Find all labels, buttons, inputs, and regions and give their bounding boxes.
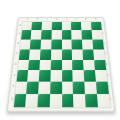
square-a7 <box>20 30 31 39</box>
file-label-h-top: h <box>90 17 100 21</box>
square-a4 <box>17 59 29 70</box>
square-g4 <box>83 59 95 70</box>
square-g6 <box>82 39 93 49</box>
square-h5 <box>93 49 105 59</box>
square-b5 <box>29 49 40 59</box>
square-b8 <box>31 21 41 30</box>
square-d8 <box>51 21 61 30</box>
square-b1 <box>25 94 38 107</box>
file-labels-top: abcdefgh <box>22 17 100 21</box>
square-c4 <box>39 59 50 70</box>
square-e8 <box>61 21 71 30</box>
square-g2 <box>84 81 96 93</box>
square-h6 <box>92 39 103 49</box>
square-f1 <box>73 94 85 107</box>
square-d7 <box>51 30 61 39</box>
square-a1 <box>13 94 26 107</box>
square-a3 <box>16 70 28 81</box>
square-g1 <box>85 94 98 107</box>
square-c2 <box>38 81 50 93</box>
square-d6 <box>51 39 62 49</box>
square-d3 <box>50 70 61 81</box>
square-f8 <box>71 21 81 30</box>
square-b4 <box>28 59 40 70</box>
square-f4 <box>72 59 83 70</box>
square-e5 <box>61 49 72 59</box>
board-grid <box>13 21 110 106</box>
square-g7 <box>81 30 92 39</box>
square-f3 <box>72 70 84 81</box>
square-h3 <box>95 70 107 81</box>
square-d5 <box>50 49 61 59</box>
square-e2 <box>61 81 73 93</box>
square-g5 <box>82 49 93 59</box>
file-label-b-top: b <box>32 17 42 21</box>
square-c1 <box>37 94 49 107</box>
chess-board: abcdefgh abcdefgh 87654321 87654321 <box>6 17 115 112</box>
square-e4 <box>61 59 72 70</box>
square-e3 <box>61 70 72 81</box>
file-label-e-top: e <box>61 17 71 21</box>
square-h2 <box>96 81 109 93</box>
square-g8 <box>81 21 92 30</box>
square-e6 <box>61 39 72 49</box>
square-h4 <box>94 59 106 70</box>
square-c3 <box>38 70 50 81</box>
photo-background: abcdefgh abcdefgh 87654321 87654321 <box>0 0 120 120</box>
square-e1 <box>61 94 73 107</box>
square-f7 <box>71 30 82 39</box>
square-d4 <box>50 59 61 70</box>
file-label-g-top: g <box>80 17 90 21</box>
file-label-f-top: f <box>71 17 81 21</box>
file-label-d-top: d <box>51 17 61 21</box>
square-b7 <box>30 30 41 39</box>
file-label-a-top: a <box>22 17 32 21</box>
square-b6 <box>30 39 41 49</box>
square-f5 <box>72 49 83 59</box>
square-c5 <box>40 49 51 59</box>
square-a5 <box>18 49 30 59</box>
square-f2 <box>73 81 85 93</box>
square-c8 <box>41 21 51 30</box>
square-e7 <box>61 30 71 39</box>
square-f6 <box>71 39 82 49</box>
square-g3 <box>83 70 95 81</box>
square-h1 <box>97 94 110 107</box>
square-c6 <box>40 39 51 49</box>
square-h8 <box>90 21 101 30</box>
square-a8 <box>21 21 32 30</box>
square-b2 <box>26 81 38 93</box>
square-c7 <box>41 30 52 39</box>
square-a2 <box>14 81 27 93</box>
file-label-c-top: c <box>42 17 52 21</box>
square-d2 <box>49 81 61 93</box>
square-d1 <box>49 94 61 107</box>
square-h7 <box>91 30 102 39</box>
square-b3 <box>27 70 39 81</box>
square-a6 <box>19 39 30 49</box>
